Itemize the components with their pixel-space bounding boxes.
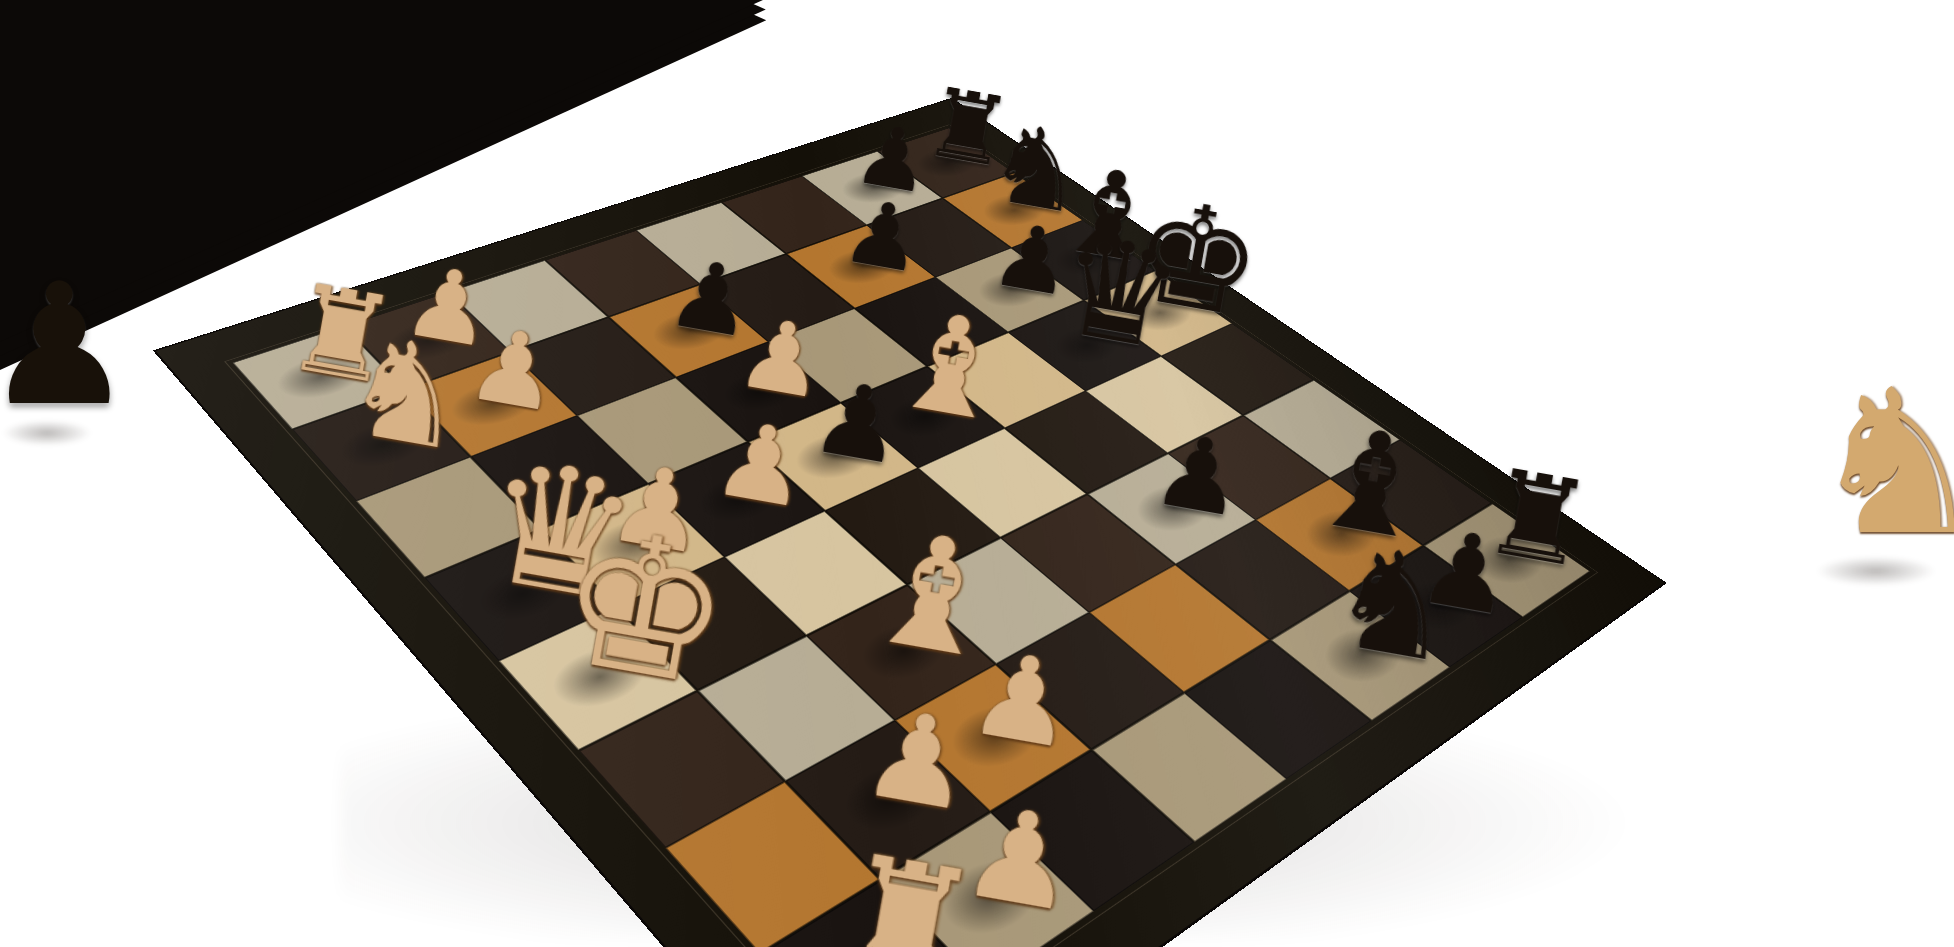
offboard-black-pawn[interactable]: ♟	[0, 266, 104, 426]
square-h5[interactable]	[1084, 271, 1231, 356]
piece-dark-knight-h7[interactable]: ♞	[943, 173, 1083, 248]
square-f8[interactable]	[722, 176, 867, 253]
dark-pawn-glyph: ♟	[837, 111, 950, 207]
light-rook-glyph: ♜	[815, 833, 1000, 947]
square-h4[interactable]	[1161, 324, 1313, 415]
square-e7[interactable]	[700, 254, 854, 342]
dark-knight-glyph: ♞	[978, 109, 1095, 228]
square-d8[interactable]	[545, 230, 699, 316]
piece-dark-pawn-f7[interactable]: ♟	[786, 225, 935, 308]
piece-dark-queen-g5[interactable]: ♛	[1008, 301, 1160, 391]
light-king-glyph: ♚	[545, 505, 716, 707]
dark-rook-glyph: ♜	[912, 74, 1024, 180]
dark-pawn-glyph: ♟	[823, 185, 943, 286]
square-h6[interactable]	[1011, 220, 1154, 300]
dark-pawn-glyph: ♟	[1131, 417, 1267, 532]
dark-pawn-glyph: ♟	[647, 244, 775, 352]
chess-board: ♜♟♞♟♟♛♟♟♝♚♝♟♟♜♟♟♜♟♟♞♟♝♟♛♚♟♝♞♟♜	[156, 99, 1664, 947]
dark-pawn-glyph: ♟	[973, 209, 1093, 310]
dark-bishop-glyph: ♝	[1048, 151, 1169, 279]
square-g8[interactable]	[802, 151, 942, 225]
offboard-light-knight[interactable]: ♞	[1808, 368, 1954, 558]
piece-dark-pawn-g6[interactable]: ♟	[935, 248, 1083, 332]
light-knight-glyph: ♞	[333, 318, 481, 469]
dark-king-glyph: ♚	[1122, 182, 1250, 333]
square-f5[interactable]	[927, 332, 1085, 427]
photo-canvas: ♜♟♞♟♟♛♟♟♝♚♝♟♟♜♟♟♜♟♟♞♟♝♟♛♚♟♝♞♟♜ ♟ ♞	[0, 0, 1954, 947]
piece-dark-pawn-g8[interactable]: ♟	[802, 151, 942, 225]
square-g5[interactable]	[1008, 301, 1160, 391]
square-g6[interactable]	[935, 248, 1083, 332]
square-h7[interactable]	[943, 173, 1083, 248]
board-scene: ♜♟♞♟♟♛♟♟♝♚♝♟♟♜♟♟♜♟♟♞♟♝♟♛♚♟♝♞♟♜	[0, 0, 1954, 947]
piece-dark-pawn-d7[interactable]: ♟	[609, 284, 768, 377]
piece-dark-rook-h8[interactable]: ♜	[878, 128, 1014, 198]
dark-knight-glyph: ♞	[1318, 528, 1469, 682]
piece-dark-king-h5[interactable]: ♚	[1084, 271, 1231, 356]
square-d7[interactable]	[609, 284, 768, 377]
piece-dark-bishop-h6[interactable]: ♝	[1011, 220, 1154, 300]
square-f6[interactable]	[855, 277, 1008, 366]
square-g7[interactable]	[867, 198, 1011, 277]
square-h8[interactable]	[878, 128, 1014, 198]
square-f7[interactable]	[786, 225, 935, 308]
dark-queen-glyph: ♛	[1047, 219, 1178, 367]
square-e8[interactable]	[636, 202, 785, 284]
